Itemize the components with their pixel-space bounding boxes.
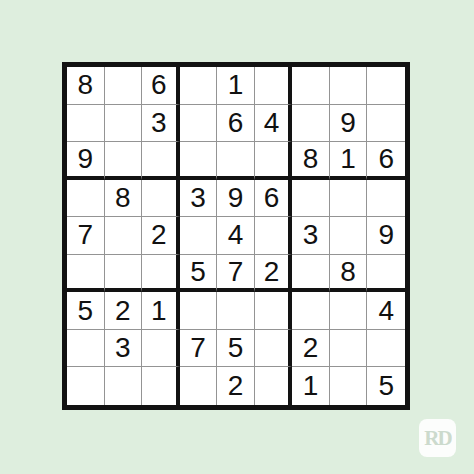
cell-r7c6[interactable]	[255, 292, 293, 330]
cell-r4c6[interactable]: 6	[255, 180, 293, 218]
given-digit: 6	[378, 145, 394, 173]
cell-r4c2[interactable]: 8	[105, 180, 143, 218]
given-digit: 3	[190, 184, 206, 212]
cell-r6c4[interactable]: 5	[180, 255, 218, 293]
cell-r8c7[interactable]: 2	[292, 330, 330, 368]
cell-r2c4[interactable]	[180, 105, 218, 143]
given-digit: 5	[190, 258, 206, 286]
cell-r8c3[interactable]	[142, 330, 180, 368]
cell-r5c8[interactable]	[330, 217, 368, 255]
cell-r3c7[interactable]: 8	[292, 142, 330, 180]
cell-r8c5[interactable]: 5	[217, 330, 255, 368]
cell-r7c3[interactable]: 1	[142, 292, 180, 330]
cell-r7c5[interactable]	[217, 292, 255, 330]
cell-r2c5[interactable]: 6	[217, 105, 255, 143]
sudoku-board: 86136499816839672439572852143752215	[62, 62, 410, 410]
cell-r9c9[interactable]: 5	[367, 367, 405, 405]
cell-r7c8[interactable]	[330, 292, 368, 330]
given-digit: 5	[77, 297, 93, 325]
page-background: 86136499816839672439572852143752215 RD	[0, 0, 474, 474]
cell-r9c8[interactable]	[330, 367, 368, 405]
cell-r3c1[interactable]: 9	[67, 142, 105, 180]
cell-r7c1[interactable]: 5	[67, 292, 105, 330]
cell-r6c2[interactable]	[105, 255, 143, 293]
given-digit: 9	[340, 109, 356, 137]
cell-r7c9[interactable]: 4	[367, 292, 405, 330]
cell-r8c8[interactable]	[330, 330, 368, 368]
cell-r3c5[interactable]	[217, 142, 255, 180]
given-digit: 9	[378, 221, 394, 249]
cell-r9c3[interactable]	[142, 367, 180, 405]
cell-r4c5[interactable]: 9	[217, 180, 255, 218]
cell-r2c2[interactable]	[105, 105, 143, 143]
cell-r1c5[interactable]: 1	[217, 67, 255, 105]
cell-r1c8[interactable]	[330, 67, 368, 105]
cell-r1c7[interactable]	[292, 67, 330, 105]
given-digit: 8	[340, 258, 356, 286]
cell-r5c1[interactable]: 7	[67, 217, 105, 255]
given-digit: 4	[264, 109, 280, 137]
cell-r7c4[interactable]	[180, 292, 218, 330]
cell-r3c4[interactable]	[180, 142, 218, 180]
given-digit: 4	[228, 221, 244, 249]
cell-r8c1[interactable]	[67, 330, 105, 368]
given-digit: 6	[264, 184, 280, 212]
given-digit: 5	[228, 334, 244, 362]
cell-r9c5[interactable]: 2	[217, 367, 255, 405]
cell-r5c5[interactable]: 4	[217, 217, 255, 255]
given-digit: 2	[228, 372, 244, 400]
cell-r3c2[interactable]	[105, 142, 143, 180]
cell-r8c6[interactable]	[255, 330, 293, 368]
cell-r6c7[interactable]	[292, 255, 330, 293]
cell-r5c9[interactable]: 9	[367, 217, 405, 255]
given-digit: 1	[151, 297, 167, 325]
cell-r3c6[interactable]	[255, 142, 293, 180]
given-digit: 1	[340, 145, 356, 173]
cell-r6c5[interactable]: 7	[217, 255, 255, 293]
given-digit: 7	[77, 221, 93, 249]
given-digit: 3	[115, 334, 131, 362]
given-digit: 5	[378, 372, 394, 400]
cell-r1c9[interactable]	[367, 67, 405, 105]
cell-r9c2[interactable]	[105, 367, 143, 405]
cell-r5c3[interactable]: 2	[142, 217, 180, 255]
given-digit: 9	[228, 184, 244, 212]
cell-r6c3[interactable]	[142, 255, 180, 293]
cell-r3c8[interactable]: 1	[330, 142, 368, 180]
cell-r5c7[interactable]: 3	[292, 217, 330, 255]
cell-r4c7[interactable]	[292, 180, 330, 218]
cell-r8c9[interactable]	[367, 330, 405, 368]
given-digit: 6	[228, 109, 244, 137]
given-digit: 2	[303, 334, 319, 362]
rd-logo-text: RD	[424, 426, 450, 451]
cell-r7c2[interactable]: 2	[105, 292, 143, 330]
given-digit: 8	[115, 184, 131, 212]
cell-r1c2[interactable]	[105, 67, 143, 105]
cell-r1c1[interactable]: 8	[67, 67, 105, 105]
cell-r1c6[interactable]	[255, 67, 293, 105]
given-digit: 6	[151, 71, 167, 99]
cell-r6c9[interactable]	[367, 255, 405, 293]
given-digit: 3	[303, 221, 319, 249]
given-digit: 3	[151, 109, 167, 137]
cell-r2c9[interactable]	[367, 105, 405, 143]
cell-r6c1[interactable]	[67, 255, 105, 293]
given-digit: 7	[190, 334, 206, 362]
cell-r2c1[interactable]	[67, 105, 105, 143]
cell-r3c3[interactable]	[142, 142, 180, 180]
given-digit: 4	[378, 297, 394, 325]
given-digit: 8	[77, 71, 93, 99]
given-digit: 1	[228, 71, 244, 99]
cell-r4c8[interactable]	[330, 180, 368, 218]
cell-r7c7[interactable]	[292, 292, 330, 330]
cell-r5c2[interactable]	[105, 217, 143, 255]
cell-r1c4[interactable]	[180, 67, 218, 105]
cell-r9c7[interactable]: 1	[292, 367, 330, 405]
cell-r2c3[interactable]: 3	[142, 105, 180, 143]
given-digit: 8	[303, 145, 319, 173]
cell-r8c2[interactable]: 3	[105, 330, 143, 368]
cell-r2c7[interactable]	[292, 105, 330, 143]
cell-r8c4[interactable]: 7	[180, 330, 218, 368]
cell-r5c6[interactable]	[255, 217, 293, 255]
cell-r4c4[interactable]: 3	[180, 180, 218, 218]
cell-r2c8[interactable]: 9	[330, 105, 368, 143]
cell-r2c6[interactable]: 4	[255, 105, 293, 143]
cell-r9c6[interactable]	[255, 367, 293, 405]
given-digit: 1	[303, 372, 319, 400]
cell-r4c1[interactable]	[67, 180, 105, 218]
cell-r4c9[interactable]	[367, 180, 405, 218]
given-digit: 9	[77, 145, 93, 173]
given-digit: 2	[115, 297, 131, 325]
cell-r5c4[interactable]	[180, 217, 218, 255]
cell-r1c3[interactable]: 6	[142, 67, 180, 105]
given-digit: 7	[228, 258, 244, 286]
cell-r6c8[interactable]: 8	[330, 255, 368, 293]
cell-r9c1[interactable]	[67, 367, 105, 405]
cell-r4c3[interactable]	[142, 180, 180, 218]
rd-logo: RD	[419, 419, 456, 457]
cell-r3c9[interactable]: 6	[367, 142, 405, 180]
given-digit: 2	[151, 221, 167, 249]
cell-r9c4[interactable]	[180, 367, 218, 405]
cell-r6c6[interactable]: 2	[255, 255, 293, 293]
given-digit: 2	[264, 258, 280, 286]
